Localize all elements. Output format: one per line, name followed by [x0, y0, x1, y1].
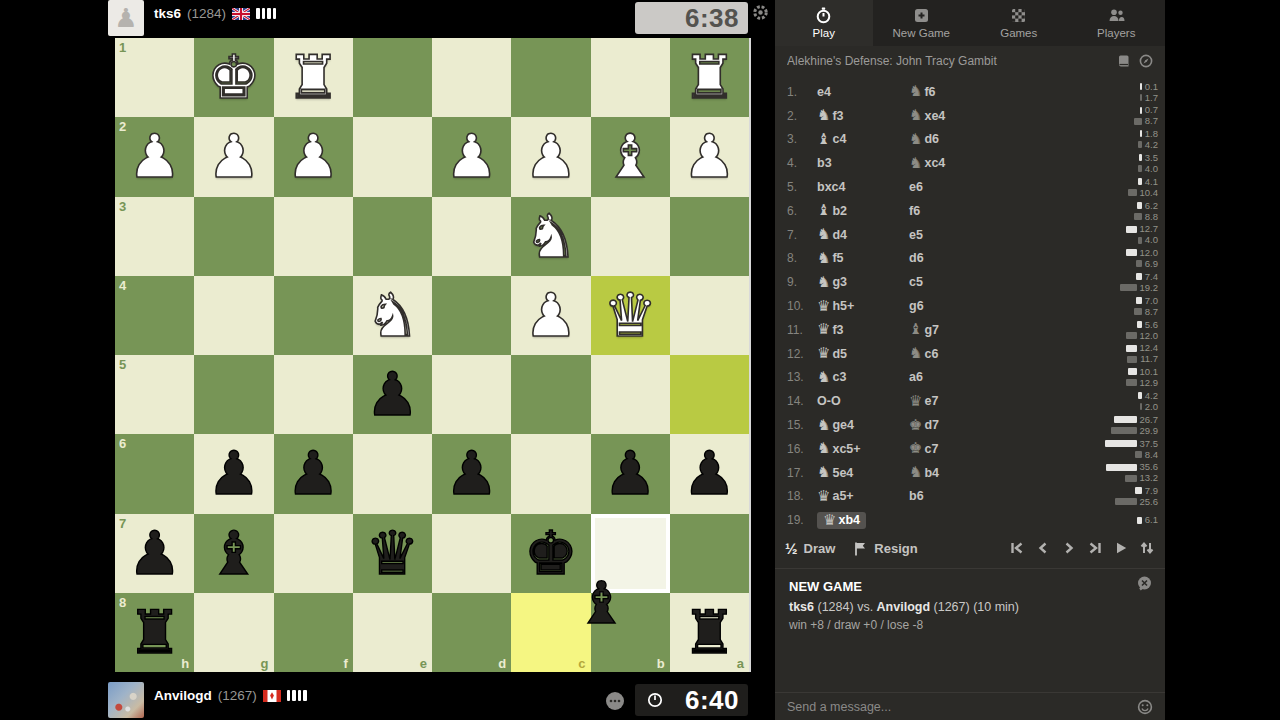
move-piece-icon: ♞ — [909, 156, 922, 171]
new-game-section: NEW GAME tks6 (1284) vs. Anvilogd (1267)… — [775, 568, 1165, 642]
square-d2[interactable]: ♟ — [432, 117, 511, 196]
move-piece-icon: ♞ — [817, 227, 830, 242]
top-player-name[interactable]: tks6 — [154, 6, 181, 21]
white-move[interactable]: ♛xb4 — [817, 512, 866, 529]
white-knight[interactable]: ♞ — [353, 276, 432, 355]
time-value: 12.9 — [1140, 378, 1159, 388]
time-value: 10.1 — [1140, 367, 1159, 377]
square-e6[interactable] — [353, 434, 432, 513]
square-h4[interactable]: 4 — [115, 276, 194, 355]
move-piece-icon: ♝ — [817, 132, 830, 147]
time-bar — [1140, 130, 1142, 137]
move-number: 19. — [787, 513, 817, 527]
time-bar — [1134, 118, 1141, 125]
timer-running-icon — [647, 692, 663, 708]
move-text: d6 — [924, 132, 939, 146]
black-move[interactable]: e5 — [909, 228, 923, 242]
time-value: 10.4 — [1140, 188, 1159, 198]
white-move[interactable]: ♛d5 — [817, 346, 847, 361]
move-text: d5 — [832, 347, 847, 361]
move-text: ge4 — [832, 418, 854, 432]
time-value: 6.2 — [1145, 201, 1158, 211]
move-number: 10. — [787, 299, 817, 313]
white-pawn[interactable]: ♟ — [670, 117, 749, 196]
square-c4[interactable]: ♟ — [511, 276, 590, 355]
connection-signal-icon — [256, 8, 276, 19]
move-times: 7.925.6 — [1115, 486, 1165, 506]
top-player-avatar[interactable]: ♟ — [108, 0, 144, 36]
time-value: 19.2 — [1140, 283, 1159, 293]
move-text: d4 — [832, 228, 847, 242]
move-number: 14. — [787, 394, 817, 408]
move-row-15[interactable]: 15.♞ge4♚d726.729.9 — [775, 413, 1165, 437]
square-b2[interactable]: ♝ — [591, 117, 670, 196]
square-c3[interactable]: ♞ — [511, 197, 590, 276]
square-c2[interactable]: ♟ — [511, 117, 590, 196]
bottom-player-avatar[interactable] — [108, 682, 144, 718]
time-bar — [1106, 464, 1136, 471]
white-pawn[interactable]: ♟ — [115, 117, 194, 196]
chess-app: ♟ tks6 (1284) 6:38 1♚♜♜2♟♟♟♟♟♝♟ — [0, 0, 1280, 720]
black-move[interactable]: ♚c7 — [909, 441, 938, 456]
black-move[interactable]: ♝g7 — [909, 322, 939, 337]
black-move[interactable]: ♞d6 — [909, 132, 939, 147]
chat-bubble-icon[interactable] — [604, 690, 626, 712]
black-queen[interactable]: ♛ — [353, 514, 432, 593]
square-a4[interactable] — [670, 276, 749, 355]
rank-label-3: 3 — [119, 199, 126, 214]
black-move[interactable]: d6 — [909, 251, 924, 265]
square-c1[interactable] — [511, 38, 590, 117]
white-move[interactable]: ♝b2 — [817, 203, 847, 218]
move-row-13[interactable]: 13.♞c3a610.112.9 — [775, 366, 1165, 390]
dragged-black-bishop[interactable]: ♝ — [562, 565, 641, 644]
time-value: 12.0 — [1140, 248, 1159, 258]
square-d6[interactable]: ♟ — [432, 434, 511, 513]
move-row-9[interactable]: 9.♞g3c57.419.2 — [775, 270, 1165, 294]
square-f7[interactable] — [274, 514, 353, 593]
side-panel: Play New Game — [775, 0, 1165, 720]
white-move[interactable]: ♞d4 — [817, 227, 847, 242]
move-piece-icon: ♞ — [909, 108, 922, 123]
square-e7[interactable]: ♛ — [353, 514, 432, 593]
white-bishop[interactable]: ♝ — [591, 117, 670, 196]
time-value: 0.1 — [1145, 82, 1158, 92]
opening-row: Alekhine's Defense: John Tracy Gambit — [775, 46, 1165, 76]
time-bar — [1126, 249, 1136, 256]
black-pawn[interactable]: ♟ — [115, 514, 194, 593]
white-move[interactable]: ♝c4 — [817, 132, 846, 147]
square-h2[interactable]: 2♟ — [115, 117, 194, 196]
move-text: c5 — [909, 275, 923, 289]
time-value: 4.0 — [1145, 164, 1158, 174]
time-value: 0.7 — [1145, 105, 1158, 115]
square-c5[interactable] — [511, 355, 590, 434]
move-times: 7.419.2 — [1120, 272, 1165, 292]
square-g6[interactable]: ♟ — [194, 434, 273, 513]
square-b1[interactable] — [591, 38, 670, 117]
time-bar — [1127, 356, 1137, 363]
square-f3[interactable] — [274, 197, 353, 276]
move-row-7[interactable]: 7.♞d4e512.74.0 — [775, 223, 1165, 247]
autoplay-button[interactable] — [1113, 540, 1129, 556]
move-times: 0.11.7 — [1140, 82, 1165, 102]
board-edge-line — [749, 38, 751, 672]
move-times: 35.613.2 — [1106, 463, 1165, 483]
time-value: 7.9 — [1145, 486, 1158, 496]
move-number: 13. — [787, 370, 817, 384]
time-bar — [1139, 154, 1142, 161]
move-piece-icon: ♞ — [909, 346, 922, 361]
black-move[interactable]: g6 — [909, 299, 924, 313]
uk-flag-icon — [232, 8, 250, 20]
white-move[interactable]: ♞g3 — [817, 275, 847, 290]
time-bar — [1136, 273, 1142, 280]
emoji-smiley-icon[interactable] — [1137, 699, 1153, 715]
rank-label-6: 6 — [119, 436, 126, 451]
move-text: b4 — [924, 466, 939, 480]
white-move[interactable]: ♞5e4 — [817, 465, 853, 480]
move-times: 6.28.8 — [1134, 201, 1165, 221]
time-bar — [1136, 297, 1142, 304]
white-move[interactable]: bxc4 — [817, 180, 846, 194]
black-move[interactable]: b6 — [909, 489, 924, 503]
square-c6[interactable] — [511, 434, 590, 513]
time-value: 26.7 — [1140, 415, 1159, 425]
white-queen[interactable]: ♛ — [591, 276, 670, 355]
time-bar — [1140, 94, 1142, 101]
move-row-1[interactable]: 1.e4♞f60.11.7 — [775, 80, 1165, 104]
chess-board[interactable]: 1♚♜♜2♟♟♟♟♟♝♟3♞4♞♟♛5♟6♟♟♟♟♟7♟♝♛♚8h♜gfedcb… — [115, 38, 749, 672]
time-bar — [1138, 237, 1141, 244]
move-piece-icon: ♛ — [823, 513, 836, 528]
square-f5[interactable] — [274, 355, 353, 434]
flip-board-button[interactable] — [1139, 540, 1155, 556]
square-h8[interactable]: 8h♜ — [115, 593, 194, 672]
move-piece-icon: ♞ — [817, 251, 830, 266]
half-point-icon: ½ — [785, 540, 798, 557]
move-times: 7.08.7 — [1134, 296, 1165, 316]
time-bar — [1137, 321, 1142, 328]
black-move[interactable]: c5 — [909, 275, 923, 289]
white-move[interactable]: ♞xc5+ — [817, 441, 861, 456]
move-number: 18. — [787, 489, 817, 503]
time-bar — [1140, 83, 1142, 90]
move-times: 12.411.7 — [1126, 344, 1165, 364]
resign-button[interactable]: Resign — [853, 541, 917, 556]
white-king[interactable]: ♚ — [194, 38, 273, 117]
square-e8[interactable]: e — [353, 593, 432, 672]
black-move[interactable]: ♞f6 — [909, 84, 936, 99]
move-number: 8. — [787, 251, 817, 265]
square-b4[interactable]: ♛ — [591, 276, 670, 355]
tab-new-game[interactable]: New Game — [873, 0, 971, 46]
black-pawn[interactable]: ♟ — [274, 434, 353, 513]
move-text: e7 — [924, 394, 938, 408]
move-number: 11. — [787, 323, 817, 337]
first-move-button[interactable] — [1009, 540, 1025, 556]
time-bar — [1126, 379, 1137, 386]
move-text: xc5+ — [832, 442, 860, 456]
chat-message-input[interactable] — [787, 700, 1129, 714]
move-text: e4 — [817, 85, 831, 99]
chat-muted-icon[interactable] — [1136, 575, 1153, 592]
move-row-10[interactable]: 10.♛h5+g67.08.7 — [775, 294, 1165, 318]
move-text: xb4 — [838, 513, 860, 527]
time-bar — [1134, 213, 1141, 220]
move-row-14[interactable]: 14.O-O♛e74.22.0 — [775, 389, 1165, 413]
time-value: 3.5 — [1145, 153, 1158, 163]
white-pawn[interactable]: ♟ — [511, 117, 590, 196]
move-text: b6 — [909, 489, 924, 503]
panel-tabs: Play New Game — [775, 0, 1165, 46]
square-b6[interactable]: ♟ — [591, 434, 670, 513]
time-value: 11.7 — [1140, 354, 1158, 364]
square-h3[interactable]: 3 — [115, 197, 194, 276]
black-pawn[interactable]: ♟ — [194, 434, 273, 513]
move-text: c7 — [924, 442, 938, 456]
square-g2[interactable]: ♟ — [194, 117, 273, 196]
square-f4[interactable] — [274, 276, 353, 355]
white-rook[interactable]: ♜ — [274, 38, 353, 117]
square-a7[interactable] — [670, 514, 749, 593]
move-text: O-O — [817, 394, 841, 408]
time-value: 8.8 — [1145, 212, 1158, 222]
square-d1[interactable] — [432, 38, 511, 117]
move-number: 16. — [787, 442, 817, 456]
square-f6[interactable]: ♟ — [274, 434, 353, 513]
square-b3[interactable] — [591, 197, 670, 276]
file-label-e: e — [420, 656, 427, 671]
file-label-g: g — [261, 656, 269, 671]
move-times: 12.06.9 — [1126, 248, 1165, 268]
explore-compass-icon[interactable] — [1139, 54, 1153, 68]
move-text: d6 — [909, 251, 924, 265]
white-rook[interactable]: ♜ — [670, 38, 749, 117]
move-text: f6 — [909, 204, 920, 218]
square-e4[interactable]: ♞ — [353, 276, 432, 355]
move-times: 3.54.0 — [1138, 153, 1165, 173]
time-bar — [1138, 141, 1142, 148]
time-bar — [1125, 475, 1136, 482]
draw-button[interactable]: ½ Draw — [785, 540, 835, 557]
move-piece-icon: ♞ — [817, 441, 830, 456]
square-d5[interactable] — [432, 355, 511, 434]
black-move[interactable]: ♞xe4 — [909, 108, 945, 123]
square-a2[interactable]: ♟ — [670, 117, 749, 196]
move-number: 7. — [787, 228, 817, 242]
black-move[interactable]: ♚d7 — [909, 418, 939, 433]
move-row-12[interactable]: 12.♛d5♞c612.411.7 — [775, 342, 1165, 366]
square-a1[interactable]: ♜ — [670, 38, 749, 117]
square-g4[interactable] — [194, 276, 273, 355]
players-icon — [1108, 7, 1125, 24]
black-rook[interactable]: ♜ — [115, 593, 194, 672]
square-d8[interactable]: d — [432, 593, 511, 672]
square-e5[interactable]: ♟ — [353, 355, 432, 434]
move-times: 6.1 — [1137, 516, 1165, 525]
move-times: 10.112.9 — [1126, 367, 1165, 387]
move-piece-icon: ♛ — [817, 299, 830, 314]
time-value: 13.2 — [1140, 473, 1159, 483]
move-row-11[interactable]: 11.♛f3♝g75.612.0 — [775, 318, 1165, 342]
move-row-8[interactable]: 8.♞f5d612.06.9 — [775, 247, 1165, 271]
black-move[interactable]: a6 — [909, 370, 923, 384]
white-pawn[interactable]: ♟ — [432, 117, 511, 196]
time-bar — [1136, 260, 1142, 267]
time-value: 8.7 — [1145, 307, 1158, 317]
next-move-button[interactable] — [1061, 540, 1077, 556]
white-pawn[interactable]: ♟ — [194, 117, 273, 196]
square-a8[interactable]: a♜ — [670, 593, 749, 672]
move-times: 26.729.9 — [1111, 415, 1165, 435]
white-knight[interactable]: ♞ — [511, 197, 590, 276]
move-row-4[interactable]: 4.b3♞xc43.54.0 — [775, 151, 1165, 175]
black-move[interactable]: ♞c6 — [909, 346, 938, 361]
white-move[interactable]: ♞ge4 — [817, 418, 854, 433]
square-g1[interactable]: ♚ — [194, 38, 273, 117]
canada-flag-icon — [263, 690, 281, 702]
move-text: xc4 — [924, 156, 945, 170]
move-row-3[interactable]: 3.♝c4♞d61.84.2 — [775, 128, 1165, 152]
square-a6[interactable]: ♟ — [670, 434, 749, 513]
file-label-c: c — [578, 656, 585, 671]
move-row-16[interactable]: 16.♞xc5+♚c737.58.4 — [775, 437, 1165, 461]
square-g8[interactable]: g — [194, 593, 273, 672]
time-bar — [1138, 178, 1141, 185]
settings-gear-icon[interactable] — [752, 4, 769, 21]
white-pawn[interactable]: ♟ — [511, 276, 590, 355]
white-pawn[interactable]: ♟ — [274, 117, 353, 196]
square-d4[interactable] — [432, 276, 511, 355]
black-move[interactable]: ♞xc4 — [909, 156, 945, 171]
move-text: g6 — [909, 299, 924, 313]
previous-move-button[interactable] — [1035, 540, 1051, 556]
book-icon[interactable] — [1117, 54, 1131, 68]
black-move[interactable]: ♞b4 — [909, 465, 939, 480]
time-bar — [1115, 498, 1137, 505]
black-pawn[interactable]: ♟ — [591, 434, 670, 513]
move-row-19[interactable]: 19.♛xb46.1 — [775, 508, 1165, 532]
move-row-2[interactable]: 2.♞f3♞xe40.78.7 — [775, 104, 1165, 128]
move-piece-icon: ♝ — [817, 203, 830, 218]
square-f8[interactable]: f — [274, 593, 353, 672]
move-text: c6 — [924, 347, 938, 361]
time-value: 4.0 — [1145, 235, 1158, 245]
time-value: 2.0 — [1145, 402, 1158, 412]
square-g3[interactable] — [194, 197, 273, 276]
tab-players[interactable]: Players — [1068, 0, 1166, 46]
move-text: e5 — [909, 228, 923, 242]
square-e1[interactable] — [353, 38, 432, 117]
black-rook[interactable]: ♜ — [670, 593, 749, 672]
time-bar — [1126, 345, 1137, 352]
black-move[interactable]: f6 — [909, 204, 920, 218]
square-f2[interactable]: ♟ — [274, 117, 353, 196]
game-controls: ½ Draw Resign — [775, 534, 1165, 562]
square-h6[interactable]: 6 — [115, 434, 194, 513]
black-bishop[interactable]: ♝ — [194, 514, 273, 593]
white-move[interactable]: b3 — [817, 156, 832, 170]
square-b5[interactable] — [591, 355, 670, 434]
last-move-button[interactable] — [1087, 540, 1103, 556]
move-text: bxc4 — [817, 180, 846, 194]
white-clock: 6:38 — [635, 2, 748, 34]
move-text: xe4 — [924, 109, 945, 123]
move-text: e6 — [909, 180, 923, 194]
black-move[interactable]: ♛e7 — [909, 394, 938, 409]
move-row-5[interactable]: 5.bxc4e64.110.4 — [775, 175, 1165, 199]
move-number: 15. — [787, 418, 817, 432]
time-bar — [1135, 451, 1142, 458]
move-times: 5.612.0 — [1126, 320, 1165, 340]
square-a5[interactable] — [670, 355, 749, 434]
move-row-18[interactable]: 18.♛a5+b67.925.6 — [775, 485, 1165, 509]
square-h5[interactable]: 5 — [115, 355, 194, 434]
time-bar — [1126, 226, 1137, 233]
time-bar — [1126, 332, 1136, 339]
white-move[interactable]: e4 — [817, 85, 831, 99]
white-move[interactable]: ♞f5 — [817, 251, 844, 266]
move-piece-icon: ♛ — [817, 322, 830, 337]
square-d7[interactable] — [432, 514, 511, 593]
square-g7[interactable]: ♝ — [194, 514, 273, 593]
move-text: g3 — [832, 275, 847, 289]
square-e2[interactable] — [353, 117, 432, 196]
file-label-f: f — [343, 656, 347, 671]
new-game-matchup: tks6 (1284) vs. Anvilogd (1267) (10 min) — [789, 600, 1151, 614]
move-text: 5e4 — [832, 466, 853, 480]
black-pawn[interactable]: ♟ — [432, 434, 511, 513]
bottom-player-name[interactable]: Anvilogd — [154, 688, 212, 703]
move-row-6[interactable]: 6.♝b2f66.28.8 — [775, 199, 1165, 223]
white-move[interactable]: ♛h5+ — [817, 299, 854, 314]
move-times: 0.78.7 — [1134, 106, 1165, 126]
tab-play[interactable]: Play — [775, 0, 873, 46]
tab-games[interactable]: Games — [970, 0, 1068, 46]
move-row-17[interactable]: 17.♞5e4♞b435.613.2 — [775, 461, 1165, 485]
white-move[interactable]: ♛f3 — [817, 322, 844, 337]
move-number: 2. — [787, 109, 817, 123]
white-move[interactable]: O-O — [817, 394, 841, 408]
square-d3[interactable] — [432, 197, 511, 276]
time-value: 29.9 — [1140, 426, 1159, 436]
black-pawn[interactable]: ♟ — [670, 434, 749, 513]
square-a3[interactable] — [670, 197, 749, 276]
new-game-title: NEW GAME — [789, 579, 1151, 594]
square-f1[interactable]: ♜ — [274, 38, 353, 117]
white-move[interactable]: ♛a5+ — [817, 489, 854, 504]
black-pawn[interactable]: ♟ — [353, 355, 432, 434]
white-move[interactable]: ♞c3 — [817, 370, 846, 385]
new-game-stakes: win +8 / draw +0 / lose -8 — [789, 618, 1151, 632]
square-h7[interactable]: 7♟ — [115, 514, 194, 593]
black-move[interactable]: e6 — [909, 180, 923, 194]
square-e3[interactable] — [353, 197, 432, 276]
time-value: 12.4 — [1140, 343, 1159, 353]
white-move[interactable]: ♞f3 — [817, 108, 844, 123]
bottom-player-rating: (1267) — [218, 688, 257, 703]
move-number: 6. — [787, 204, 817, 218]
move-number: 12. — [787, 347, 817, 361]
time-bar — [1114, 416, 1137, 423]
move-number: 17. — [787, 466, 817, 480]
stopwatch-icon — [815, 7, 832, 24]
square-g5[interactable] — [194, 355, 273, 434]
rank-label-4: 4 — [119, 278, 126, 293]
time-value: 7.4 — [1145, 272, 1158, 282]
square-h1[interactable]: 1 — [115, 38, 194, 117]
